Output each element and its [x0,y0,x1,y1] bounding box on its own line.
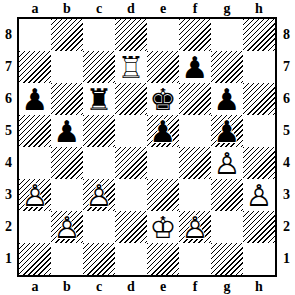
file-label-g: g [211,278,243,295]
rank-label-1: 1 [0,243,17,275]
square-a7[interactable] [19,51,51,83]
rank-label-5: 5 [278,115,295,147]
file-label-d: d [115,0,147,17]
file-label-f: f [179,278,211,295]
white-king-icon: ♔ [147,211,179,243]
square-d6[interactable] [115,83,147,115]
square-g6[interactable]: ♟♟ [211,83,243,115]
black-pawn-icon: ♟ [211,115,243,147]
white-pawn-halo: ♟ [83,179,115,211]
white-pawn-icon: ♙ [179,211,211,243]
rank-label-3: 3 [278,179,295,211]
rank-label-7: 7 [0,51,17,83]
black-king-icon: ♚ [147,83,179,115]
square-h4[interactable] [243,147,275,179]
square-b8[interactable] [51,19,83,51]
black-rook-halo: ♜ [83,83,115,115]
black-pawn-halo: ♟ [51,115,83,147]
rank-label-1: 1 [278,243,295,275]
square-e5[interactable]: ♟♟ [147,115,179,147]
square-e3[interactable] [147,179,179,211]
black-pawn-icon: ♟ [147,115,179,147]
square-h2[interactable] [243,211,275,243]
rank-label-4: 4 [278,147,295,179]
file-label-a: a [19,0,51,17]
square-b1[interactable] [51,243,83,275]
square-d3[interactable] [115,179,147,211]
square-d2[interactable] [115,211,147,243]
file-label-e: e [147,278,179,295]
square-d4[interactable] [115,147,147,179]
file-label-h: h [243,278,275,295]
square-c5[interactable] [83,115,115,147]
file-label-c: c [83,0,115,17]
square-e4[interactable] [147,147,179,179]
square-b5[interactable]: ♟♟ [51,115,83,147]
black-pawn-icon: ♟ [179,51,211,83]
white-pawn-icon: ♙ [83,179,115,211]
black-pawn-halo: ♟ [211,115,243,147]
square-f4[interactable] [179,147,211,179]
square-e8[interactable] [147,19,179,51]
white-king-halo: ♚ [147,211,179,243]
file-label-g: g [211,0,243,17]
square-a3[interactable]: ♟♙ [19,179,51,211]
square-d1[interactable] [115,243,147,275]
square-g2[interactable] [211,211,243,243]
black-king-halo: ♚ [147,83,179,115]
white-pawn-icon: ♙ [19,179,51,211]
black-pawn-halo: ♟ [19,83,51,115]
black-pawn-icon: ♟ [211,83,243,115]
square-a4[interactable] [19,147,51,179]
square-c2[interactable] [83,211,115,243]
square-e2[interactable]: ♚♔ [147,211,179,243]
black-pawn-halo: ♟ [211,83,243,115]
square-f5[interactable] [179,115,211,147]
square-a6[interactable]: ♟♟ [19,83,51,115]
rank-label-4: 4 [0,147,17,179]
rank-labels-left: 87654321 [0,19,17,275]
file-label-a: a [19,278,51,295]
square-h8[interactable] [243,19,275,51]
square-a5[interactable] [19,115,51,147]
square-a2[interactable] [19,211,51,243]
square-f8[interactable] [179,19,211,51]
square-c7[interactable] [83,51,115,83]
square-c6[interactable]: ♜♜ [83,83,115,115]
black-pawn-halo: ♟ [179,51,211,83]
file-label-h: h [243,0,275,17]
rank-label-8: 8 [0,19,17,51]
black-pawn-halo: ♟ [147,115,179,147]
white-rook-icon: ♖ [115,51,147,83]
chess-board: ♜♖♟♟♟♟♜♜♚♚♟♟♟♟♟♟♟♟♟♙♟♙♟♙♟♙♟♙♚♔♟♙ [17,17,277,277]
file-label-e: e [147,0,179,17]
white-pawn-halo: ♟ [179,211,211,243]
square-h7[interactable] [243,51,275,83]
white-pawn-icon: ♙ [211,147,243,179]
square-h6[interactable] [243,83,275,115]
black-pawn-icon: ♟ [51,115,83,147]
file-label-c: c [83,278,115,295]
square-d8[interactable] [115,19,147,51]
square-g3[interactable] [211,179,243,211]
rank-label-6: 6 [0,83,17,115]
square-e6[interactable]: ♚♚ [147,83,179,115]
white-pawn-icon: ♙ [51,211,83,243]
rank-label-6: 6 [278,83,295,115]
square-h1[interactable] [243,243,275,275]
square-g8[interactable] [211,19,243,51]
rank-label-2: 2 [0,211,17,243]
square-h3[interactable]: ♟♙ [243,179,275,211]
square-f1[interactable] [179,243,211,275]
white-pawn-halo: ♟ [243,179,275,211]
white-pawn-halo: ♟ [211,147,243,179]
rank-label-7: 7 [278,51,295,83]
square-h5[interactable] [243,115,275,147]
rank-label-5: 5 [0,115,17,147]
square-d5[interactable] [115,115,147,147]
square-b2[interactable]: ♟♙ [51,211,83,243]
square-e7[interactable] [147,51,179,83]
square-f3[interactable] [179,179,211,211]
file-labels-bottom: abcdefgh [19,278,275,295]
square-a8[interactable] [19,19,51,51]
square-e1[interactable] [147,243,179,275]
square-b3[interactable] [51,179,83,211]
white-pawn-icon: ♙ [243,179,275,211]
square-f7[interactable]: ♟♟ [179,51,211,83]
white-rook-halo: ♜ [115,51,147,83]
chess-diagram: abcdefgh 87654321 ♜♖♟♟♟♟♜♜♚♚♟♟♟♟♟♟♟♟♟♙♟♙… [0,0,295,295]
square-a1[interactable] [19,243,51,275]
white-pawn-halo: ♟ [19,179,51,211]
square-b7[interactable] [51,51,83,83]
square-g5[interactable]: ♟♟ [211,115,243,147]
rank-label-3: 3 [0,179,17,211]
square-g7[interactable] [211,51,243,83]
file-label-b: b [51,278,83,295]
square-b6[interactable] [51,83,83,115]
square-g1[interactable] [211,243,243,275]
file-label-b: b [51,0,83,17]
file-label-d: d [115,278,147,295]
rank-labels-right: 87654321 [278,19,295,275]
black-pawn-icon: ♟ [19,83,51,115]
square-f6[interactable] [179,83,211,115]
black-rook-icon: ♜ [83,83,115,115]
square-c1[interactable] [83,243,115,275]
rank-label-2: 2 [278,211,295,243]
square-g4[interactable]: ♟♙ [211,147,243,179]
square-b4[interactable] [51,147,83,179]
square-d7[interactable]: ♜♖ [115,51,147,83]
square-f2[interactable]: ♟♙ [179,211,211,243]
file-label-f: f [179,0,211,17]
square-c4[interactable] [83,147,115,179]
white-pawn-halo: ♟ [51,211,83,243]
square-c8[interactable] [83,19,115,51]
square-c3[interactable]: ♟♙ [83,179,115,211]
rank-label-8: 8 [278,19,295,51]
file-labels-top: abcdefgh [19,0,275,17]
